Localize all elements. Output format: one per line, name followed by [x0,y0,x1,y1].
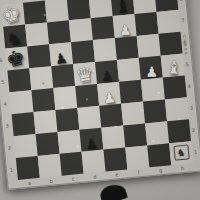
square-c3 [55,108,79,132]
square-e1 [103,147,127,171]
file-label-c-bottom: c [62,175,84,183]
square-b8 [23,1,47,25]
square-e6 [93,38,117,62]
knight-crest-logo: ♞ [173,144,189,160]
file-label-e-bottom: e [106,170,128,178]
rank-label-7-right: 7 [177,9,188,32]
file-label-h-bottom: h [171,164,193,172]
square-b4 [31,88,55,112]
square-b7 [25,22,49,46]
square-g7 [135,12,159,36]
square-f3 [121,102,145,126]
square-d5: ♛ [73,62,97,86]
square-b2 [36,132,60,156]
rank-label-5-right: 5 [182,53,193,76]
rank-label-2-right: 2 [188,118,199,141]
square-d1 [82,150,106,174]
square-a3 [12,112,36,136]
square-b3 [34,110,58,134]
square-f5 [117,58,141,82]
square-c6: ♟ [49,42,73,66]
square-c2 [58,130,82,154]
square-b6 [27,44,51,68]
square-c4 [53,86,77,110]
square-d8 [67,0,91,20]
square-a1 [16,156,40,180]
square-g6 [137,34,161,58]
square-f6 [115,36,139,60]
rank-label-6-right: 6 [179,31,190,54]
square-g3 [143,99,167,123]
square-c7 [47,20,71,44]
square-d6 [71,40,95,64]
square-c5 [51,64,75,88]
square-a2 [14,134,38,158]
rank-label-1-right: 1 [190,140,200,163]
square-g1 [147,143,171,167]
square-e2 [101,126,125,150]
chessboard-photo: ♚♝♞♟♚♟♛♟♟♝♟♟♞ CHESS aabbccddeeffgghh1122… [0,0,200,200]
rank-label-8-right: 8 [175,0,186,10]
square-d7 [69,18,93,42]
square-a5 [7,68,31,92]
square-b1 [38,154,62,178]
square-f1 [125,145,149,169]
square-a7: ♞ [3,25,27,49]
piece-white-queen-d5: ♛ [72,64,97,87]
piece-white-pawn-g5: ♟ [141,65,163,79]
square-a8: ♚ [1,3,25,27]
square-f2 [123,123,147,147]
square-e4: ♟ [97,82,121,106]
square-e5: ♟ [95,60,119,84]
square-d2: ♟ [79,128,103,152]
square-g5: ♟ [139,56,163,80]
foreground-piece-silhouette [98,181,128,200]
square-f7: ♟ [113,14,137,38]
square-c1 [60,152,84,176]
file-label-f-bottom: f [128,168,150,176]
square-g2 [145,121,169,145]
square-a6: ♚ [5,46,29,70]
file-label-d-bottom: d [84,172,106,180]
rank-label-4-right: 4 [184,75,195,98]
file-label-a-top: a [0,0,22,1]
rank-label-3-right: 3 [186,97,197,120]
square-d4 [75,84,99,108]
square-e3 [99,104,123,128]
square-f4 [119,80,143,104]
square-c8 [45,0,69,22]
square-a4 [9,90,33,114]
square-e7 [91,16,115,40]
square-b5 [29,66,53,90]
file-label-a-bottom: a [18,179,40,187]
board-grid: ♚♝♞♟♚♟♛♟♟♝♟♟♞ [1,0,193,180]
file-label-g-bottom: g [149,166,171,174]
file-label-b-bottom: b [40,177,62,185]
square-g4 [141,78,165,102]
chess-board: ♚♝♞♟♚♟♛♟♟♝♟♟♞ CHESS aabbccddeeffgghh1122… [0,0,200,190]
square-d3 [77,106,101,130]
